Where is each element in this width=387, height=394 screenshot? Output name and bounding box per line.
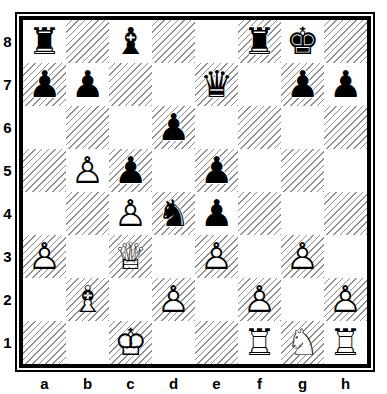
square-b4[interactable] bbox=[66, 192, 109, 235]
white-rook: ♖ bbox=[324, 321, 367, 364]
black-pawn: ♟ bbox=[66, 63, 109, 106]
white-knight-fill: ♞ bbox=[281, 321, 324, 364]
square-h6[interactable] bbox=[324, 106, 367, 149]
black-rook: ♜ bbox=[23, 20, 66, 63]
square-a8[interactable]: ♜ bbox=[23, 20, 66, 63]
square-g1[interactable]: ♞♘ bbox=[281, 321, 324, 364]
square-e6[interactable] bbox=[195, 106, 238, 149]
square-c2[interactable] bbox=[109, 278, 152, 321]
square-f1[interactable]: ♜♖ bbox=[238, 321, 281, 364]
square-b7[interactable]: ♟ bbox=[66, 63, 109, 106]
rank-label-1: 1 bbox=[0, 321, 15, 364]
square-e1[interactable] bbox=[195, 321, 238, 364]
square-f2[interactable]: ♟♙ bbox=[238, 278, 281, 321]
black-bishop: ♝ bbox=[109, 20, 152, 63]
rank-label-3: 3 bbox=[0, 235, 15, 278]
square-d4[interactable]: ♞ bbox=[152, 192, 195, 235]
square-a3[interactable]: ♟♙ bbox=[23, 235, 66, 278]
square-c4[interactable]: ♟♙ bbox=[109, 192, 152, 235]
black-queen: ♛ bbox=[195, 63, 238, 106]
white-pawn: ♙ bbox=[23, 235, 66, 278]
white-pawn: ♙ bbox=[281, 235, 324, 278]
square-f5[interactable] bbox=[238, 149, 281, 192]
square-g8[interactable]: ♚ bbox=[281, 20, 324, 63]
rank-label-4: 4 bbox=[0, 192, 15, 235]
square-b8[interactable] bbox=[66, 20, 109, 63]
file-label-c: c bbox=[109, 375, 152, 394]
square-a5[interactable] bbox=[23, 149, 66, 192]
square-d6[interactable]: ♟ bbox=[152, 106, 195, 149]
square-e7[interactable]: ♛ bbox=[195, 63, 238, 106]
square-g5[interactable] bbox=[281, 149, 324, 192]
white-pawn: ♙ bbox=[109, 192, 152, 235]
square-b2[interactable]: ♝♗ bbox=[66, 278, 109, 321]
square-f8[interactable]: ♜ bbox=[238, 20, 281, 63]
square-e5[interactable]: ♟ bbox=[195, 149, 238, 192]
white-bishop-fill: ♝ bbox=[66, 278, 109, 321]
square-g7[interactable]: ♟ bbox=[281, 63, 324, 106]
square-f3[interactable] bbox=[238, 235, 281, 278]
square-c8[interactable]: ♝ bbox=[109, 20, 152, 63]
black-pawn: ♟ bbox=[195, 192, 238, 235]
white-bishop: ♗ bbox=[66, 278, 109, 321]
square-h7[interactable]: ♟ bbox=[324, 63, 367, 106]
square-c3[interactable]: ♛♕ bbox=[109, 235, 152, 278]
board-frame: ♜♝♜♚♟♟♛♟♟♟♟♙♟♟♟♙♞♟♟♙♛♕♟♙♟♙♝♗♟♙♟♙♟♙♚♔♜♖♞♘… bbox=[15, 12, 375, 372]
white-pawn-fill: ♟ bbox=[281, 235, 324, 278]
square-c6[interactable] bbox=[109, 106, 152, 149]
square-f6[interactable] bbox=[238, 106, 281, 149]
white-pawn: ♙ bbox=[238, 278, 281, 321]
square-g4[interactable] bbox=[281, 192, 324, 235]
square-b3[interactable] bbox=[66, 235, 109, 278]
black-pawn: ♟ bbox=[152, 106, 195, 149]
white-pawn-fill: ♟ bbox=[109, 192, 152, 235]
chess-diagram-page: 87654321 ♜♝♜♚♟♟♛♟♟♟♟♙♟♟♟♙♞♟♟♙♛♕♟♙♟♙♝♗♟♙♟… bbox=[0, 0, 387, 394]
file-label-g: g bbox=[281, 375, 324, 394]
square-h5[interactable] bbox=[324, 149, 367, 192]
square-b1[interactable] bbox=[66, 321, 109, 364]
black-knight: ♞ bbox=[152, 192, 195, 235]
white-pawn: ♙ bbox=[66, 149, 109, 192]
rank-label-6: 6 bbox=[0, 106, 15, 149]
file-label-e: e bbox=[195, 375, 238, 394]
file-label-a: a bbox=[23, 375, 66, 394]
white-pawn-fill: ♟ bbox=[324, 278, 367, 321]
square-b5[interactable]: ♟♙ bbox=[66, 149, 109, 192]
square-e4[interactable]: ♟ bbox=[195, 192, 238, 235]
square-a7[interactable]: ♟ bbox=[23, 63, 66, 106]
square-e8[interactable] bbox=[195, 20, 238, 63]
white-knight: ♘ bbox=[281, 321, 324, 364]
black-rook: ♜ bbox=[238, 20, 281, 63]
rank-label-8: 8 bbox=[0, 20, 15, 63]
square-e2[interactable] bbox=[195, 278, 238, 321]
square-h3[interactable] bbox=[324, 235, 367, 278]
white-rook-fill: ♜ bbox=[238, 321, 281, 364]
black-king: ♚ bbox=[281, 20, 324, 63]
rank-labels: 87654321 bbox=[0, 12, 15, 372]
square-b6[interactable] bbox=[66, 106, 109, 149]
board-border: ♜♝♜♚♟♟♛♟♟♟♟♙♟♟♟♙♞♟♟♙♛♕♟♙♟♙♝♗♟♙♟♙♟♙♚♔♜♖♞♘… bbox=[19, 16, 371, 368]
white-pawn: ♙ bbox=[324, 278, 367, 321]
white-pawn-fill: ♟ bbox=[152, 278, 195, 321]
square-c7[interactable] bbox=[109, 63, 152, 106]
rank-label-2: 2 bbox=[0, 278, 15, 321]
square-h1[interactable]: ♜♖ bbox=[324, 321, 367, 364]
white-pawn-fill: ♟ bbox=[66, 149, 109, 192]
white-rook-fill: ♜ bbox=[324, 321, 367, 364]
white-king: ♔ bbox=[109, 321, 152, 364]
square-d1[interactable] bbox=[152, 321, 195, 364]
square-h2[interactable]: ♟♙ bbox=[324, 278, 367, 321]
square-a4[interactable] bbox=[23, 192, 66, 235]
white-pawn: ♙ bbox=[152, 278, 195, 321]
black-pawn: ♟ bbox=[281, 63, 324, 106]
file-label-h: h bbox=[324, 375, 367, 394]
black-pawn: ♟ bbox=[109, 149, 152, 192]
square-g2[interactable] bbox=[281, 278, 324, 321]
square-h8[interactable] bbox=[324, 20, 367, 63]
file-label-b: b bbox=[66, 375, 109, 394]
white-king-fill: ♚ bbox=[109, 321, 152, 364]
square-f4[interactable] bbox=[238, 192, 281, 235]
file-label-d: d bbox=[152, 375, 195, 394]
square-d7[interactable] bbox=[152, 63, 195, 106]
black-pawn: ♟ bbox=[23, 63, 66, 106]
square-a6[interactable] bbox=[23, 106, 66, 149]
square-c5[interactable]: ♟ bbox=[109, 149, 152, 192]
square-g6[interactable] bbox=[281, 106, 324, 149]
white-rook: ♖ bbox=[238, 321, 281, 364]
square-h4[interactable] bbox=[324, 192, 367, 235]
square-d8[interactable] bbox=[152, 20, 195, 63]
square-a1[interactable] bbox=[23, 321, 66, 364]
file-label-f: f bbox=[238, 375, 281, 394]
white-pawn-fill: ♟ bbox=[195, 235, 238, 278]
square-e3[interactable]: ♟♙ bbox=[195, 235, 238, 278]
square-d2[interactable]: ♟♙ bbox=[152, 278, 195, 321]
square-d5[interactable] bbox=[152, 149, 195, 192]
black-pawn: ♟ bbox=[195, 149, 238, 192]
white-queen: ♕ bbox=[109, 235, 152, 278]
file-labels: abcdefgh bbox=[15, 375, 375, 394]
rank-label-5: 5 bbox=[0, 149, 15, 192]
white-pawn: ♙ bbox=[195, 235, 238, 278]
black-pawn: ♟ bbox=[324, 63, 367, 106]
square-c1[interactable]: ♚♔ bbox=[109, 321, 152, 364]
chess-diagram: 87654321 ♜♝♜♚♟♟♛♟♟♟♟♙♟♟♟♙♞♟♟♙♛♕♟♙♟♙♝♗♟♙♟… bbox=[0, 12, 375, 394]
square-a2[interactable] bbox=[23, 278, 66, 321]
chess-board: ♜♝♜♚♟♟♛♟♟♟♟♙♟♟♟♙♞♟♟♙♛♕♟♙♟♙♝♗♟♙♟♙♟♙♚♔♜♖♞♘… bbox=[23, 20, 367, 364]
rank-label-7: 7 bbox=[0, 63, 15, 106]
white-pawn-fill: ♟ bbox=[238, 278, 281, 321]
white-pawn-fill: ♟ bbox=[23, 235, 66, 278]
square-d3[interactable] bbox=[152, 235, 195, 278]
white-queen-fill: ♛ bbox=[109, 235, 152, 278]
square-g3[interactable]: ♟♙ bbox=[281, 235, 324, 278]
square-f7[interactable] bbox=[238, 63, 281, 106]
